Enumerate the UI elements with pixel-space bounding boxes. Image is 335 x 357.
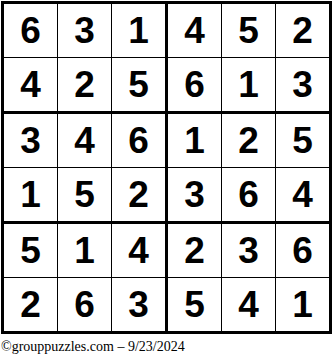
sudoku-cell-r5c1: 5 <box>4 224 58 278</box>
sudoku-cell-r1c1: 6 <box>4 4 58 58</box>
sudoku-cell-r1c2: 3 <box>58 4 112 58</box>
sudoku-cell-r4c6: 4 <box>276 168 329 224</box>
sudoku-cell-r3c1: 3 <box>4 114 58 168</box>
sudoku-cell-r2c2: 2 <box>58 58 112 114</box>
sudoku-cell-r4c4: 3 <box>168 168 222 224</box>
sudoku-cell-r6c6: 1 <box>276 278 329 331</box>
sudoku-cell-r6c3: 3 <box>112 278 168 331</box>
sudoku-cell-r3c3: 6 <box>112 114 168 168</box>
sudoku-cell-r2c3: 5 <box>112 58 168 114</box>
sudoku-cell-r5c4: 2 <box>168 224 222 278</box>
sudoku-cell-r3c5: 2 <box>222 114 276 168</box>
sudoku-cell-r2c4: 6 <box>168 58 222 114</box>
sudoku-cell-r1c4: 4 <box>168 4 222 58</box>
puzzle-page: 631452425613346125152364514236263541 ©gr… <box>0 0 335 357</box>
sudoku-cell-r3c4: 1 <box>168 114 222 168</box>
sudoku-cell-r6c5: 4 <box>222 278 276 331</box>
sudoku-cell-r4c1: 1 <box>4 168 58 224</box>
sudoku-cell-r2c5: 1 <box>222 58 276 114</box>
sudoku-cell-r2c6: 3 <box>276 58 329 114</box>
sudoku-cell-r1c6: 2 <box>276 4 329 58</box>
sudoku-cell-r2c1: 4 <box>4 58 58 114</box>
sudoku-cell-r5c3: 4 <box>112 224 168 278</box>
sudoku-cell-r3c2: 4 <box>58 114 112 168</box>
sudoku-cell-r1c5: 5 <box>222 4 276 58</box>
sudoku-cell-r6c1: 2 <box>4 278 58 331</box>
sudoku-cell-r4c3: 2 <box>112 168 168 224</box>
sudoku-board: 631452425613346125152364514236263541 <box>1 1 332 334</box>
sudoku-cell-r5c6: 6 <box>276 224 329 278</box>
sudoku-cell-r1c3: 1 <box>112 4 168 58</box>
copyright-footer: ©grouppuzzles.com – 9/23/2024 <box>1 339 185 355</box>
sudoku-cell-r6c4: 5 <box>168 278 222 331</box>
sudoku-cell-r4c2: 5 <box>58 168 112 224</box>
sudoku-cell-r4c5: 6 <box>222 168 276 224</box>
sudoku-cell-r6c2: 6 <box>58 278 112 331</box>
sudoku-cell-r5c5: 3 <box>222 224 276 278</box>
sudoku-cell-r3c6: 5 <box>276 114 329 168</box>
sudoku-cell-r5c2: 1 <box>58 224 112 278</box>
